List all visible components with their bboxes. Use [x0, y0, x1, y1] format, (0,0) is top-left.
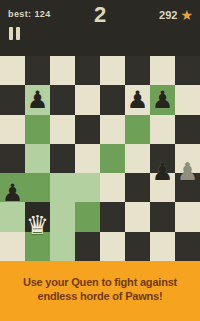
board-square[interactable]	[25, 232, 50, 261]
board-square[interactable]	[125, 144, 150, 173]
board-square[interactable]	[75, 144, 100, 173]
chess-board[interactable]: ♟♟♟♟♟♟♛	[0, 56, 200, 261]
board-square[interactable]	[50, 85, 75, 114]
board-square[interactable]	[125, 115, 150, 144]
board-square[interactable]	[0, 202, 25, 231]
star-icon: ★	[180, 8, 193, 22]
board-square[interactable]	[100, 115, 125, 144]
board-square[interactable]	[100, 144, 125, 173]
board-square[interactable]	[25, 115, 50, 144]
board-square[interactable]	[50, 144, 75, 173]
board-square[interactable]	[150, 232, 175, 261]
board-square[interactable]	[75, 232, 100, 261]
board-square[interactable]	[175, 144, 200, 173]
board-square[interactable]	[0, 115, 25, 144]
board-square[interactable]	[150, 115, 175, 144]
board-square[interactable]	[50, 232, 75, 261]
board-square[interactable]	[75, 56, 100, 85]
board-square[interactable]	[100, 232, 125, 261]
board-square[interactable]	[100, 85, 125, 114]
game-screen: best: 124 2 292 ★ ♟♟♟♟♟♟♛ Use your Quen …	[0, 0, 200, 321]
pause-bar-icon	[16, 27, 20, 40]
board-square[interactable]	[125, 85, 150, 114]
board-square[interactable]	[175, 232, 200, 261]
banner-text-line1: Use your Quen to fight against	[0, 275, 200, 289]
board-square[interactable]	[50, 173, 75, 202]
tutorial-banner: Use your Quen to fight against endless h…	[0, 261, 200, 321]
board-square[interactable]	[100, 56, 125, 85]
board-square[interactable]	[150, 144, 175, 173]
stars-count: 292	[159, 9, 177, 21]
board-square[interactable]	[0, 56, 25, 85]
board-square[interactable]	[50, 115, 75, 144]
board-square[interactable]	[75, 173, 100, 202]
board-square[interactable]	[25, 144, 50, 173]
board-square[interactable]	[100, 173, 125, 202]
board-square[interactable]	[75, 115, 100, 144]
board-square[interactable]	[75, 202, 100, 231]
board-square[interactable]	[25, 202, 50, 231]
board-square[interactable]	[100, 202, 125, 231]
board-square[interactable]	[125, 173, 150, 202]
hud-bar: best: 124 2 292 ★	[0, 0, 200, 56]
board-square[interactable]	[150, 85, 175, 114]
board-square[interactable]	[25, 85, 50, 114]
board-square[interactable]	[0, 173, 25, 202]
board-square[interactable]	[50, 56, 75, 85]
board-square[interactable]	[150, 56, 175, 85]
board-square[interactable]	[25, 173, 50, 202]
board-square[interactable]	[125, 232, 150, 261]
board-square[interactable]	[0, 85, 25, 114]
board-square[interactable]	[125, 56, 150, 85]
pause-bar-icon	[9, 27, 13, 40]
board-square[interactable]	[150, 173, 175, 202]
board-square[interactable]	[0, 144, 25, 173]
board-square[interactable]	[175, 85, 200, 114]
board-square[interactable]	[175, 173, 200, 202]
board-square[interactable]	[75, 85, 100, 114]
board-square[interactable]	[175, 56, 200, 85]
banner-text-line2: endless horde of Pawns!	[0, 289, 200, 303]
pause-button[interactable]	[9, 27, 23, 41]
board-square[interactable]	[25, 56, 50, 85]
board-square[interactable]	[0, 232, 25, 261]
board-square[interactable]	[150, 202, 175, 231]
stars-counter: 292 ★	[159, 8, 193, 22]
board-square[interactable]	[175, 115, 200, 144]
board-square[interactable]	[125, 202, 150, 231]
board-square[interactable]	[175, 202, 200, 231]
board-square[interactable]	[50, 202, 75, 231]
